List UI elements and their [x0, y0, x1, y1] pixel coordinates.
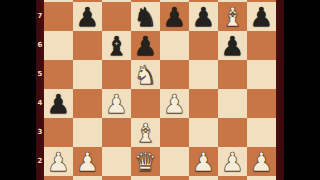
square-b7[interactable]: ♟ — [73, 2, 102, 31]
square-c5[interactable] — [102, 60, 131, 89]
square-d7[interactable]: ♞ — [131, 2, 160, 31]
square-h2[interactable]: ♟ — [247, 147, 276, 176]
square-f5[interactable] — [189, 60, 218, 89]
piece-white-knight[interactable]: ♞ — [131, 61, 160, 90]
square-d4[interactable] — [131, 89, 160, 118]
square-a1[interactable]: ♜ — [44, 176, 73, 180]
square-d5[interactable]: ♞ — [131, 60, 160, 89]
rank-label-3: 3 — [36, 128, 44, 136]
square-d2[interactable]: ♛ — [131, 147, 160, 176]
square-h5[interactable] — [247, 60, 276, 89]
square-g5[interactable] — [218, 60, 247, 89]
piece-white-queen[interactable]: ♛ — [131, 148, 160, 177]
square-h1[interactable]: ♜ — [247, 176, 276, 180]
square-e1[interactable]: ♚ — [160, 176, 189, 180]
square-b2[interactable]: ♟ — [73, 147, 102, 176]
square-f3[interactable] — [189, 118, 218, 147]
piece-black-pawn[interactable]: ♟ — [189, 3, 218, 32]
piece-white-bishop[interactable]: ♝ — [218, 3, 247, 32]
piece-white-pawn[interactable]: ♟ — [160, 90, 189, 119]
video-frame: ♜♛♚♟♞♟♟♝♟♝♟♟♞♟♟♟♝♟♟♛♟♟♟♜♚♜ 87654321 — [0, 0, 320, 180]
square-e2[interactable] — [160, 147, 189, 176]
piece-black-pawn[interactable]: ♟ — [44, 90, 73, 119]
square-a2[interactable]: ♟ — [44, 147, 73, 176]
square-a5[interactable] — [44, 60, 73, 89]
piece-black-bishop[interactable]: ♝ — [102, 32, 131, 61]
square-g7[interactable]: ♝ — [218, 2, 247, 31]
square-e5[interactable] — [160, 60, 189, 89]
chess-board: ♜♛♚♟♞♟♟♝♟♝♟♟♞♟♟♟♝♟♟♛♟♟♟♜♚♜ — [44, 0, 276, 180]
square-h6[interactable] — [247, 31, 276, 60]
piece-white-pawn[interactable]: ♟ — [44, 148, 73, 177]
square-f2[interactable]: ♟ — [189, 147, 218, 176]
piece-white-pawn[interactable]: ♟ — [218, 148, 247, 177]
square-f6[interactable] — [189, 31, 218, 60]
square-e6[interactable] — [160, 31, 189, 60]
piece-white-pawn[interactable]: ♟ — [73, 148, 102, 177]
piece-white-pawn[interactable]: ♟ — [189, 148, 218, 177]
square-a7[interactable] — [44, 2, 73, 31]
piece-black-pawn[interactable]: ♟ — [218, 32, 247, 61]
square-a4[interactable]: ♟ — [44, 89, 73, 118]
rank-label-7: 7 — [36, 12, 44, 20]
letterbox-right-bar — [284, 0, 320, 180]
square-e3[interactable] — [160, 118, 189, 147]
square-c6[interactable]: ♝ — [102, 31, 131, 60]
square-h7[interactable]: ♟ — [247, 2, 276, 31]
piece-white-bishop[interactable]: ♝ — [131, 119, 160, 148]
square-g3[interactable] — [218, 118, 247, 147]
square-b3[interactable] — [73, 118, 102, 147]
rank-label-2: 2 — [36, 157, 44, 165]
piece-white-rook[interactable]: ♜ — [44, 177, 73, 180]
square-b5[interactable] — [73, 60, 102, 89]
piece-white-pawn[interactable]: ♟ — [102, 90, 131, 119]
piece-white-pawn[interactable]: ♟ — [247, 148, 276, 177]
square-c4[interactable]: ♟ — [102, 89, 131, 118]
square-c1[interactable] — [102, 176, 131, 180]
square-c3[interactable] — [102, 118, 131, 147]
square-f4[interactable] — [189, 89, 218, 118]
square-d6[interactable]: ♟ — [131, 31, 160, 60]
square-a3[interactable] — [44, 118, 73, 147]
square-a8[interactable]: ♜ — [44, 0, 73, 2]
rank-label-4: 4 — [36, 99, 44, 107]
piece-black-pawn[interactable]: ♟ — [73, 3, 102, 32]
square-e4[interactable]: ♟ — [160, 89, 189, 118]
square-c7[interactable] — [102, 2, 131, 31]
piece-white-king[interactable]: ♚ — [160, 177, 189, 180]
letterbox-left-bar — [0, 0, 36, 180]
square-f7[interactable]: ♟ — [189, 2, 218, 31]
square-h4[interactable] — [247, 89, 276, 118]
square-d3[interactable]: ♝ — [131, 118, 160, 147]
square-g4[interactable] — [218, 89, 247, 118]
square-g2[interactable]: ♟ — [218, 147, 247, 176]
piece-black-pawn[interactable]: ♟ — [160, 3, 189, 32]
square-a6[interactable] — [44, 31, 73, 60]
piece-white-rook[interactable]: ♜ — [247, 177, 276, 180]
piece-black-rook[interactable]: ♜ — [44, 0, 73, 3]
square-h3[interactable] — [247, 118, 276, 147]
square-g6[interactable]: ♟ — [218, 31, 247, 60]
square-b6[interactable] — [73, 31, 102, 60]
piece-black-pawn[interactable]: ♟ — [247, 3, 276, 32]
square-b4[interactable] — [73, 89, 102, 118]
square-c2[interactable] — [102, 147, 131, 176]
rank-label-5: 5 — [36, 70, 44, 78]
square-e7[interactable]: ♟ — [160, 2, 189, 31]
piece-black-pawn[interactable]: ♟ — [131, 32, 160, 61]
piece-black-knight[interactable]: ♞ — [131, 3, 160, 32]
rank-label-6: 6 — [36, 41, 44, 49]
